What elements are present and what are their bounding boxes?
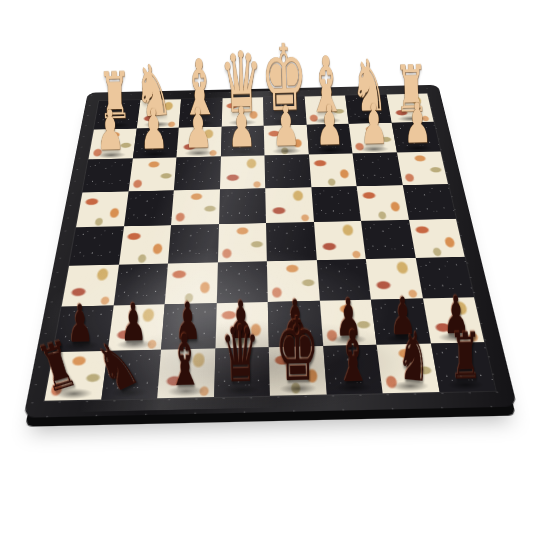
square-row2-col1: ♟ [88,128,136,159]
square-row5-col3 [168,224,219,263]
piece-dark-king: ♚ [274,305,320,394]
square-row8-col6: ♝ [323,344,383,394]
square-row5-col2 [119,225,171,264]
photo-background: ♜♞♝♛♚♝♞♜♟♟♟♟♟♟♟♟♟♟♟♟♟♟♟♟♜♞♝♛♚♝♞♜ [0,0,533,533]
piece-dark-bishop: ♝ [335,320,372,392]
square-row8-col8: ♜ [430,342,495,392]
piece-light-pawn: ♟ [271,98,300,154]
square-row4-col6 [311,186,361,222]
piece-light-pawn: ♟ [227,99,256,155]
piece-light-pawn: ♟ [183,100,212,156]
piece-dark-pawn: ♟ [120,295,147,348]
chess-board: ♜♞♝♛♚♝♞♜♟♟♟♟♟♟♟♟♟♟♟♟♟♟♟♟♜♞♝♛♚♝♞♜ [23,85,517,418]
square-row4-col4 [219,188,266,224]
piece-dark-queen: ♛ [220,316,261,395]
square-row4-col1 [76,191,128,227]
piece-light-pawn: ♟ [315,97,344,153]
square-row3-col5 [264,155,310,188]
square-row3-col1 [82,159,132,193]
piece-light-pawn: ♟ [403,95,432,151]
board-perspective: ♜♞♝♛♚♝♞♜♟♟♟♟♟♟♟♟♟♟♟♟♟♟♟♟♜♞♝♛♚♝♞♜ [56,13,475,432]
square-row3-col4 [220,156,266,189]
square-row2-col6: ♟ [306,123,352,154]
square-row2-col2: ♟ [132,127,178,158]
square-row8-col3: ♝ [157,348,215,398]
piece-dark-bishop: ♝ [166,324,203,396]
square-row8-col4: ♛ [214,347,270,397]
square-row5-col5 [266,222,316,261]
square-row5-col6 [313,221,365,260]
piece-light-pawn: ♟ [359,96,388,152]
piece-dark-knight: ♞ [394,323,434,392]
piece-light-pawn: ♟ [95,102,124,158]
square-row8-col7: ♞ [377,343,440,393]
square-row4-col7 [357,185,409,221]
square-row8-col5: ♚ [269,346,326,396]
square-row4-col2 [124,190,174,226]
square-row2-col8: ♟ [391,122,440,153]
square-row4-col5 [265,187,313,223]
square-row5-col8 [408,219,464,258]
square-row3-col7 [353,153,403,186]
piece-light-pawn: ♟ [139,101,168,157]
square-row5-col1 [69,226,123,265]
square-row8-col2: ♞ [101,349,161,399]
square-row2-col7: ♟ [349,123,397,154]
board-grid: ♜♞♝♛♚♝♞♜♟♟♟♟♟♟♟♟♟♟♟♟♟♟♟♟♜♞♝♛♚♝♞♜ [44,94,495,401]
square-row5-col7 [361,220,415,259]
square-row2-col4: ♟ [220,125,264,156]
square-row3-col8 [397,152,448,185]
square-row3-col6 [308,154,356,187]
square-row2-col5: ♟ [264,124,309,155]
square-row3-col2 [128,158,176,192]
square-row4-col3 [171,189,219,225]
square-row4-col8 [402,184,456,220]
piece-dark-rook: ♜ [449,325,483,390]
square-row2-col3: ♟ [176,126,221,157]
square-row5-col4 [217,223,266,262]
square-row3-col3 [174,157,221,191]
